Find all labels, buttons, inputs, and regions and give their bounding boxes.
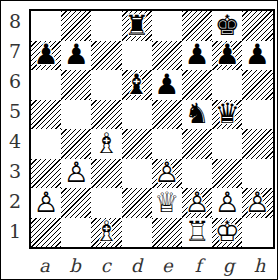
black-queen-glyph: ♛ bbox=[212, 100, 242, 130]
square-g2: ♟♙ bbox=[212, 188, 242, 218]
square-h3 bbox=[242, 159, 272, 189]
square-e2: ♛♕ bbox=[152, 188, 182, 218]
square-a8 bbox=[31, 11, 61, 41]
square-d4 bbox=[122, 129, 152, 159]
piece-black-bishop-d6: ♝♝ bbox=[122, 70, 152, 100]
white-pawn-glyph: ♙ bbox=[212, 188, 242, 218]
square-a7: ♟♟ bbox=[31, 41, 61, 71]
square-f1: ♜♖ bbox=[182, 218, 212, 248]
square-e5 bbox=[152, 100, 182, 130]
square-b3: ♟♙ bbox=[61, 159, 91, 189]
black-rook-glyph: ♜ bbox=[122, 11, 152, 41]
square-d3 bbox=[122, 159, 152, 189]
file-label-d: d bbox=[121, 253, 152, 277]
white-pawn-glyph: ♙ bbox=[152, 159, 182, 189]
white-pawn-glyph: ♙ bbox=[182, 188, 212, 218]
black-pawn-glyph: ♟ bbox=[31, 41, 61, 71]
piece-black-king-g8: ♚♚ bbox=[212, 11, 242, 41]
black-pawn-glyph: ♟ bbox=[242, 41, 272, 71]
square-a5 bbox=[31, 100, 61, 130]
piece-black-pawn-b7: ♟♟ bbox=[61, 41, 91, 71]
piece-black-pawn-e6: ♟♟ bbox=[152, 70, 182, 100]
square-g6 bbox=[212, 70, 242, 100]
piece-white-rook-f1: ♜♖ bbox=[182, 218, 212, 248]
rank-label-8: 8 bbox=[3, 6, 27, 36]
square-a3 bbox=[31, 159, 61, 189]
piece-white-pawn-a2: ♟♙ bbox=[31, 188, 61, 218]
square-h6 bbox=[242, 70, 272, 100]
square-c3 bbox=[91, 159, 121, 189]
square-d8: ♜♜ bbox=[122, 11, 152, 41]
square-g4 bbox=[212, 129, 242, 159]
square-e7 bbox=[152, 41, 182, 71]
rank-label-7: 7 bbox=[3, 36, 27, 66]
square-d6: ♝♝ bbox=[122, 70, 152, 100]
square-f4 bbox=[182, 129, 212, 159]
square-f6 bbox=[182, 70, 212, 100]
chess-diagram: 8 7 6 5 4 3 2 1 ♜♜♚♚♟♟♟♟♟♟♟♟♟♟♝♝♟♟♞♞♛♛♝♗… bbox=[0, 0, 278, 280]
file-label-a: a bbox=[29, 253, 60, 277]
square-a1 bbox=[31, 218, 61, 248]
square-f7: ♟♟ bbox=[182, 41, 212, 71]
piece-white-pawn-b3: ♟♙ bbox=[61, 159, 91, 189]
file-label-g: g bbox=[214, 253, 245, 277]
square-c8 bbox=[91, 11, 121, 41]
square-b6 bbox=[61, 70, 91, 100]
piece-black-pawn-h7: ♟♟ bbox=[242, 41, 272, 71]
file-label-f: f bbox=[183, 253, 214, 277]
square-d7 bbox=[122, 41, 152, 71]
piece-white-bishop-c4: ♝♗ bbox=[91, 129, 121, 159]
square-g7: ♟♟ bbox=[212, 41, 242, 71]
square-h7: ♟♟ bbox=[242, 41, 272, 71]
white-queen-glyph: ♕ bbox=[152, 188, 182, 218]
square-c6 bbox=[91, 70, 121, 100]
piece-white-pawn-g2: ♟♙ bbox=[212, 188, 242, 218]
file-label-h: h bbox=[244, 253, 275, 277]
square-e1 bbox=[152, 218, 182, 248]
piece-white-pawn-e3: ♟♙ bbox=[152, 159, 182, 189]
square-e8 bbox=[152, 11, 182, 41]
file-label-b: b bbox=[60, 253, 91, 277]
piece-white-pawn-h2: ♟♙ bbox=[242, 188, 272, 218]
black-bishop-glyph: ♝ bbox=[122, 70, 152, 100]
square-f8 bbox=[182, 11, 212, 41]
square-e3: ♟♙ bbox=[152, 159, 182, 189]
black-pawn-glyph: ♟ bbox=[182, 41, 212, 71]
square-b5 bbox=[61, 100, 91, 130]
rank-label-6: 6 bbox=[3, 66, 27, 96]
square-c5 bbox=[91, 100, 121, 130]
board: ♜♜♚♚♟♟♟♟♟♟♟♟♟♟♝♝♟♟♞♞♛♛♝♗♟♙♟♙♟♙♛♕♟♙♟♙♟♙♝♗… bbox=[31, 11, 273, 247]
piece-white-king-g1: ♚♔ bbox=[212, 218, 242, 248]
square-f2: ♟♙ bbox=[182, 188, 212, 218]
black-knight-glyph: ♞ bbox=[182, 100, 212, 130]
square-f3 bbox=[182, 159, 212, 189]
white-pawn-glyph: ♙ bbox=[61, 159, 91, 189]
square-h4 bbox=[242, 129, 272, 159]
piece-black-pawn-g7: ♟♟ bbox=[212, 41, 242, 71]
square-a6 bbox=[31, 70, 61, 100]
square-g8: ♚♚ bbox=[212, 11, 242, 41]
square-d5 bbox=[122, 100, 152, 130]
square-b7: ♟♟ bbox=[61, 41, 91, 71]
rank-label-2: 2 bbox=[3, 186, 27, 216]
square-e4 bbox=[152, 129, 182, 159]
black-pawn-glyph: ♟ bbox=[61, 41, 91, 71]
piece-white-bishop-c1: ♝♗ bbox=[91, 218, 121, 248]
square-c2 bbox=[91, 188, 121, 218]
board-frame: ♜♜♚♚♟♟♟♟♟♟♟♟♟♟♝♝♟♟♞♞♛♛♝♗♟♙♟♙♟♙♛♕♟♙♟♙♟♙♝♗… bbox=[29, 9, 275, 249]
square-f5: ♞♞ bbox=[182, 100, 212, 130]
square-h2: ♟♙ bbox=[242, 188, 272, 218]
piece-black-pawn-a7: ♟♟ bbox=[31, 41, 61, 71]
rank-label-1: 1 bbox=[3, 216, 27, 246]
square-e6: ♟♟ bbox=[152, 70, 182, 100]
square-d2 bbox=[122, 188, 152, 218]
square-a4 bbox=[31, 129, 61, 159]
square-h8 bbox=[242, 11, 272, 41]
square-d1 bbox=[122, 218, 152, 248]
square-b1 bbox=[61, 218, 91, 248]
white-bishop-glyph: ♗ bbox=[91, 218, 121, 248]
square-g3 bbox=[212, 159, 242, 189]
square-b4 bbox=[61, 129, 91, 159]
piece-black-knight-f5: ♞♞ bbox=[182, 100, 212, 130]
rank-labels: 8 7 6 5 4 3 2 1 bbox=[3, 9, 27, 249]
square-b8 bbox=[61, 11, 91, 41]
file-label-c: c bbox=[91, 253, 122, 277]
square-g5: ♛♛ bbox=[212, 100, 242, 130]
square-c7 bbox=[91, 41, 121, 71]
file-label-e: e bbox=[152, 253, 183, 277]
white-pawn-glyph: ♙ bbox=[31, 188, 61, 218]
piece-black-queen-g5: ♛♛ bbox=[212, 100, 242, 130]
square-g1: ♚♔ bbox=[212, 218, 242, 248]
piece-black-rook-d8: ♜♜ bbox=[122, 11, 152, 41]
black-king-glyph: ♚ bbox=[212, 11, 242, 41]
rank-label-4: 4 bbox=[3, 126, 27, 156]
file-labels: a b c d e f g h bbox=[29, 253, 275, 277]
white-king-glyph: ♔ bbox=[212, 218, 242, 248]
black-pawn-glyph: ♟ bbox=[212, 41, 242, 71]
square-h5 bbox=[242, 100, 272, 130]
piece-white-pawn-f2: ♟♙ bbox=[182, 188, 212, 218]
square-c4: ♝♗ bbox=[91, 129, 121, 159]
piece-black-pawn-f7: ♟♟ bbox=[182, 41, 212, 71]
square-c1: ♝♗ bbox=[91, 218, 121, 248]
square-a2: ♟♙ bbox=[31, 188, 61, 218]
rank-label-3: 3 bbox=[3, 156, 27, 186]
square-h1 bbox=[242, 218, 272, 248]
white-rook-glyph: ♖ bbox=[182, 218, 212, 248]
white-pawn-glyph: ♙ bbox=[242, 188, 272, 218]
piece-white-queen-e2: ♛♕ bbox=[152, 188, 182, 218]
white-bishop-glyph: ♗ bbox=[91, 129, 121, 159]
black-pawn-glyph: ♟ bbox=[152, 70, 182, 100]
square-b2 bbox=[61, 188, 91, 218]
rank-label-5: 5 bbox=[3, 96, 27, 126]
